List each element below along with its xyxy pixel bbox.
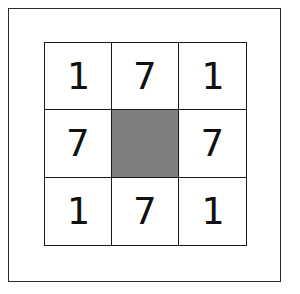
cell-r0c2[interactable]: 1 bbox=[179, 43, 246, 110]
cell-r2c2[interactable]: 1 bbox=[179, 178, 246, 245]
cell-r0c0[interactable]: 1 bbox=[45, 43, 112, 110]
cell-r2c1[interactable]: 7 bbox=[112, 178, 179, 245]
cell-r1c1-blocked[interactable] bbox=[112, 110, 179, 177]
cell-r2c0[interactable]: 1 bbox=[45, 178, 112, 245]
cell-r0c1[interactable]: 7 bbox=[112, 43, 179, 110]
cell-r1c2[interactable]: 7 bbox=[179, 110, 246, 177]
puzzle-grid: 1 7 1 7 7 1 7 1 bbox=[44, 42, 247, 246]
cell-r1c0[interactable]: 7 bbox=[45, 110, 112, 177]
puzzle-canvas: 1 7 1 7 7 1 7 1 bbox=[0, 0, 300, 294]
